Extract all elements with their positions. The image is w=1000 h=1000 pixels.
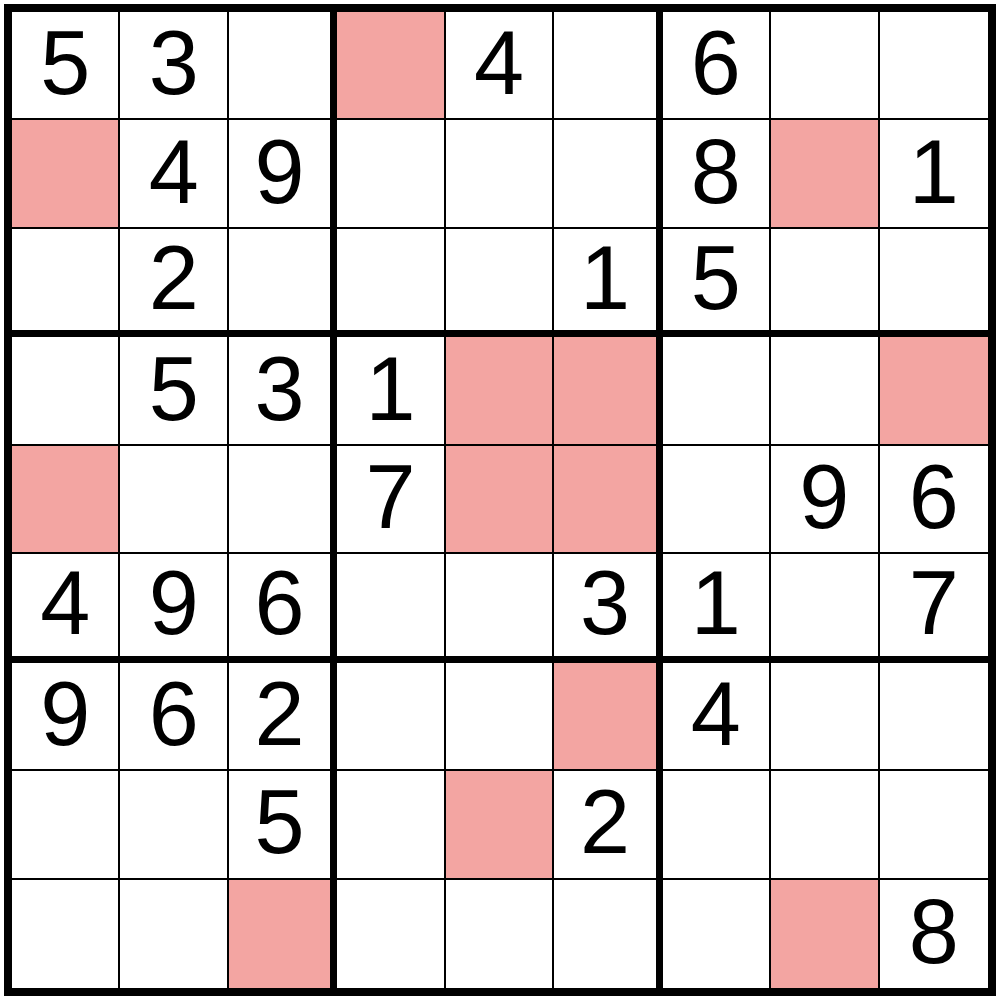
cell-r9c7[interactable] — [663, 880, 771, 988]
cell-r2c7: 8 — [663, 120, 771, 228]
cell-r2c2: 4 — [120, 120, 228, 228]
given-digit: 1 — [909, 127, 959, 217]
cell-r7c4[interactable] — [337, 663, 445, 771]
given-digit: 3 — [149, 18, 199, 108]
cell-r8c4[interactable] — [337, 771, 445, 879]
given-digit: 6 — [255, 558, 305, 648]
cell-r5c3[interactable] — [229, 446, 337, 554]
cell-r7c2: 6 — [120, 663, 228, 771]
cell-r3c4[interactable] — [337, 229, 445, 337]
cell-r8c6: 2 — [554, 771, 662, 879]
given-digit: 9 — [40, 669, 90, 759]
cell-r5c4: 7 — [337, 446, 445, 554]
given-digit: 1 — [580, 233, 630, 323]
cell-r7c7: 4 — [663, 663, 771, 771]
given-digit: 2 — [149, 233, 199, 323]
cell-r1c6[interactable] — [554, 12, 662, 120]
cell-r8c2[interactable] — [120, 771, 228, 879]
cell-r3c9[interactable] — [880, 229, 988, 337]
given-digit: 9 — [799, 452, 849, 542]
cell-r4c8[interactable] — [771, 337, 879, 445]
given-digit: 9 — [149, 558, 199, 648]
cell-r5c7[interactable] — [663, 446, 771, 554]
cell-r2c5[interactable] — [446, 120, 554, 228]
cell-r1c3[interactable] — [229, 12, 337, 120]
cell-r1c9[interactable] — [880, 12, 988, 120]
cell-r3c6: 1 — [554, 229, 662, 337]
cell-r2c9: 1 — [880, 120, 988, 228]
cell-r2c3: 9 — [229, 120, 337, 228]
cell-r6c4[interactable] — [337, 554, 445, 662]
given-digit: 9 — [255, 127, 305, 217]
given-digit: 5 — [255, 777, 305, 867]
given-digit: 6 — [691, 18, 741, 108]
cell-r6c7: 1 — [663, 554, 771, 662]
cell-r7c5[interactable] — [446, 663, 554, 771]
cell-r4c7[interactable] — [663, 337, 771, 445]
cell-r4c3: 3 — [229, 337, 337, 445]
cell-r8c7[interactable] — [663, 771, 771, 879]
cell-r3c8[interactable] — [771, 229, 879, 337]
cell-r7c8[interactable] — [771, 663, 879, 771]
sudoku-board: 534649812155317964963179624528 — [4, 4, 996, 996]
cell-r6c8[interactable] — [771, 554, 879, 662]
cell-r6c1: 4 — [12, 554, 120, 662]
given-digit: 4 — [474, 18, 524, 108]
cell-r5c6[interactable] — [554, 446, 662, 554]
cell-r5c1[interactable] — [12, 446, 120, 554]
cell-r2c4[interactable] — [337, 120, 445, 228]
cell-r9c5[interactable] — [446, 880, 554, 988]
cell-r2c6[interactable] — [554, 120, 662, 228]
cell-r9c2[interactable] — [120, 880, 228, 988]
given-digit: 7 — [366, 452, 416, 542]
cell-r1c5: 4 — [446, 12, 554, 120]
given-digit: 4 — [691, 669, 741, 759]
given-digit: 4 — [40, 558, 90, 648]
given-digit: 3 — [580, 558, 630, 648]
cell-r3c1[interactable] — [12, 229, 120, 337]
cell-r4c6[interactable] — [554, 337, 662, 445]
cell-r3c7: 5 — [663, 229, 771, 337]
cell-r9c1[interactable] — [12, 880, 120, 988]
cell-r4c2: 5 — [120, 337, 228, 445]
cell-r7c6[interactable] — [554, 663, 662, 771]
cell-r9c6[interactable] — [554, 880, 662, 988]
cell-r8c1[interactable] — [12, 771, 120, 879]
cell-r1c2: 3 — [120, 12, 228, 120]
cell-r3c3[interactable] — [229, 229, 337, 337]
cell-r8c5[interactable] — [446, 771, 554, 879]
cell-r8c8[interactable] — [771, 771, 879, 879]
cell-r4c4: 1 — [337, 337, 445, 445]
cell-r6c2: 9 — [120, 554, 228, 662]
cell-r1c8[interactable] — [771, 12, 879, 120]
cell-r2c8[interactable] — [771, 120, 879, 228]
cell-r6c9: 7 — [880, 554, 988, 662]
cell-r1c1: 5 — [12, 12, 120, 120]
cell-r9c8[interactable] — [771, 880, 879, 988]
cell-r5c5[interactable] — [446, 446, 554, 554]
given-digit: 8 — [909, 887, 959, 977]
given-digit: 5 — [149, 344, 199, 434]
cell-r5c2[interactable] — [120, 446, 228, 554]
cell-r1c7: 6 — [663, 12, 771, 120]
cell-r6c6: 3 — [554, 554, 662, 662]
cell-r7c1: 9 — [12, 663, 120, 771]
cell-r3c2: 2 — [120, 229, 228, 337]
cell-r6c3: 6 — [229, 554, 337, 662]
cell-r7c9[interactable] — [880, 663, 988, 771]
given-digit: 6 — [909, 452, 959, 542]
cell-r7c3: 2 — [229, 663, 337, 771]
cell-r5c9: 6 — [880, 446, 988, 554]
cell-r1c4[interactable] — [337, 12, 445, 120]
given-digit: 3 — [255, 344, 305, 434]
cell-r4c5[interactable] — [446, 337, 554, 445]
cell-r3c5[interactable] — [446, 229, 554, 337]
cell-r8c3: 5 — [229, 771, 337, 879]
given-digit: 2 — [255, 669, 305, 759]
cell-r9c3[interactable] — [229, 880, 337, 988]
given-digit: 6 — [149, 669, 199, 759]
given-digit: 7 — [909, 558, 959, 648]
given-digit: 4 — [149, 127, 199, 217]
cell-r4c1[interactable] — [12, 337, 120, 445]
given-digit: 8 — [691, 127, 741, 217]
given-digit: 5 — [40, 18, 90, 108]
cell-r2c1[interactable] — [12, 120, 120, 228]
given-digit: 2 — [580, 777, 630, 867]
cell-r6c5[interactable] — [446, 554, 554, 662]
given-digit: 5 — [691, 233, 741, 323]
cell-r9c4[interactable] — [337, 880, 445, 988]
cell-r8c9[interactable] — [880, 771, 988, 879]
cell-r9c9: 8 — [880, 880, 988, 988]
sudoku-page: 534649812155317964963179624528 — [0, 0, 1000, 1000]
cell-r4c9[interactable] — [880, 337, 988, 445]
cell-r5c8: 9 — [771, 446, 879, 554]
given-digit: 1 — [691, 558, 741, 648]
given-digit: 1 — [366, 344, 416, 434]
